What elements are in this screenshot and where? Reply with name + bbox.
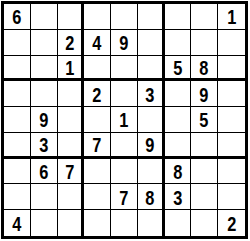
digit: 4 <box>93 31 102 53</box>
digit: 3 <box>145 83 154 105</box>
cell-r6c9[interactable] <box>218 133 245 159</box>
digit: 2 <box>227 212 236 234</box>
cell-r7c7[interactable]: 8 <box>165 159 192 185</box>
cell-r5c8[interactable]: 5 <box>191 107 218 133</box>
cell-r1c9[interactable]: 1 <box>218 4 245 30</box>
cell-r8c2[interactable] <box>31 184 58 210</box>
cell-r7c8[interactable] <box>191 159 218 185</box>
cell-r3c1[interactable] <box>4 56 31 82</box>
digit: 1 <box>119 108 128 130</box>
cell-r8c8[interactable] <box>191 184 218 210</box>
cell-r7c3[interactable]: 7 <box>58 159 85 185</box>
digit: 9 <box>39 108 48 130</box>
cell-r3c8[interactable]: 8 <box>191 56 218 82</box>
digit: 3 <box>173 186 182 208</box>
digit: 2 <box>65 31 74 53</box>
cell-r9c7[interactable] <box>165 210 192 236</box>
cell-r3c5[interactable] <box>111 56 138 82</box>
cell-r7c9[interactable] <box>218 159 245 185</box>
cell-r1c1[interactable]: 6 <box>4 4 31 30</box>
cell-r7c6[interactable] <box>138 159 165 185</box>
digit: 7 <box>93 133 102 155</box>
digit: 5 <box>173 56 182 78</box>
cell-r4c3[interactable] <box>58 81 85 107</box>
sudoku-board: 6124915823991537967878342 <box>1 1 248 239</box>
digit: 8 <box>145 186 154 208</box>
cell-r6c1[interactable] <box>4 133 31 159</box>
cell-r8c1[interactable] <box>4 184 31 210</box>
cell-r7c1[interactable] <box>4 159 31 185</box>
cell-r1c3[interactable] <box>58 4 85 30</box>
cell-r4c1[interactable] <box>4 81 31 107</box>
cell-r9c1[interactable]: 4 <box>4 210 31 236</box>
digit: 8 <box>200 56 209 78</box>
cell-r9c6[interactable] <box>138 210 165 236</box>
cell-r2c6[interactable] <box>138 30 165 56</box>
cell-r5c3[interactable] <box>58 107 85 133</box>
cell-r4c5[interactable] <box>111 81 138 107</box>
cell-r9c3[interactable] <box>58 210 85 236</box>
cell-r6c2[interactable]: 3 <box>31 133 58 159</box>
digit: 7 <box>65 160 74 182</box>
cell-r3c7[interactable]: 5 <box>165 56 192 82</box>
cell-r4c2[interactable] <box>31 81 58 107</box>
cell-r6c6[interactable]: 9 <box>138 133 165 159</box>
cell-r5c1[interactable] <box>4 107 31 133</box>
cell-r9c8[interactable] <box>191 210 218 236</box>
digit: 9 <box>200 83 209 105</box>
cell-r9c9[interactable]: 2 <box>218 210 245 236</box>
cell-r5c7[interactable] <box>165 107 192 133</box>
digit: 6 <box>39 160 48 182</box>
cell-r1c6[interactable] <box>138 4 165 30</box>
cell-r5c2[interactable]: 9 <box>31 107 58 133</box>
cell-r2c3[interactable]: 2 <box>58 30 85 56</box>
cell-r9c5[interactable] <box>111 210 138 236</box>
cell-r8c7[interactable]: 3 <box>165 184 192 210</box>
digit: 7 <box>119 186 128 208</box>
cell-r6c7[interactable] <box>165 133 192 159</box>
cell-r6c5[interactable] <box>111 133 138 159</box>
cell-r4c7[interactable] <box>165 81 192 107</box>
cell-r3c6[interactable] <box>138 56 165 82</box>
digit: 9 <box>119 31 128 53</box>
cell-r9c2[interactable] <box>31 210 58 236</box>
cell-r8c9[interactable] <box>218 184 245 210</box>
cell-r4c8[interactable]: 9 <box>191 81 218 107</box>
cell-r3c3[interactable]: 1 <box>58 56 85 82</box>
cell-r2c5[interactable]: 9 <box>111 30 138 56</box>
digit: 5 <box>200 108 209 130</box>
digit: 1 <box>227 5 236 27</box>
cell-r4c6[interactable]: 3 <box>138 81 165 107</box>
cell-r5c6[interactable] <box>138 107 165 133</box>
cell-r8c4[interactable] <box>84 184 111 210</box>
cell-r2c1[interactable] <box>4 30 31 56</box>
cell-r4c9[interactable] <box>218 81 245 107</box>
cell-r5c4[interactable] <box>84 107 111 133</box>
cell-r3c2[interactable] <box>31 56 58 82</box>
digit: 6 <box>12 5 21 27</box>
sudoku-puzzle: 6124915823991537967878342 <box>0 0 250 241</box>
cell-r7c5[interactable] <box>111 159 138 185</box>
digit: 1 <box>65 56 74 78</box>
cell-r2c9[interactable] <box>218 30 245 56</box>
cell-r9c4[interactable] <box>84 210 111 236</box>
cell-r2c4[interactable]: 4 <box>84 30 111 56</box>
digit: 2 <box>93 83 102 105</box>
cell-r1c8[interactable] <box>191 4 218 30</box>
cell-r8c5[interactable]: 7 <box>111 184 138 210</box>
cell-r8c3[interactable] <box>58 184 85 210</box>
cell-r4c4[interactable]: 2 <box>84 81 111 107</box>
cell-r3c9[interactable] <box>218 56 245 82</box>
cell-r5c9[interactable] <box>218 107 245 133</box>
digit: 3 <box>39 133 48 155</box>
cell-r2c8[interactable] <box>191 30 218 56</box>
cell-r6c3[interactable] <box>58 133 85 159</box>
digit: 4 <box>12 212 21 234</box>
cell-r6c4[interactable]: 7 <box>84 133 111 159</box>
cell-r3c4[interactable] <box>84 56 111 82</box>
cell-r7c2[interactable]: 6 <box>31 159 58 185</box>
digit: 8 <box>173 160 182 182</box>
cell-r5c5[interactable]: 1 <box>111 107 138 133</box>
cell-r1c7[interactable] <box>165 4 192 30</box>
cell-r2c2[interactable] <box>31 30 58 56</box>
cell-r2c7[interactable] <box>165 30 192 56</box>
cell-r6c8[interactable] <box>191 133 218 159</box>
cell-r1c2[interactable] <box>31 4 58 30</box>
cell-r7c4[interactable] <box>84 159 111 185</box>
cell-r1c4[interactable] <box>84 4 111 30</box>
digit: 9 <box>145 133 154 155</box>
cell-r8c6[interactable]: 8 <box>138 184 165 210</box>
cell-r1c5[interactable] <box>111 4 138 30</box>
